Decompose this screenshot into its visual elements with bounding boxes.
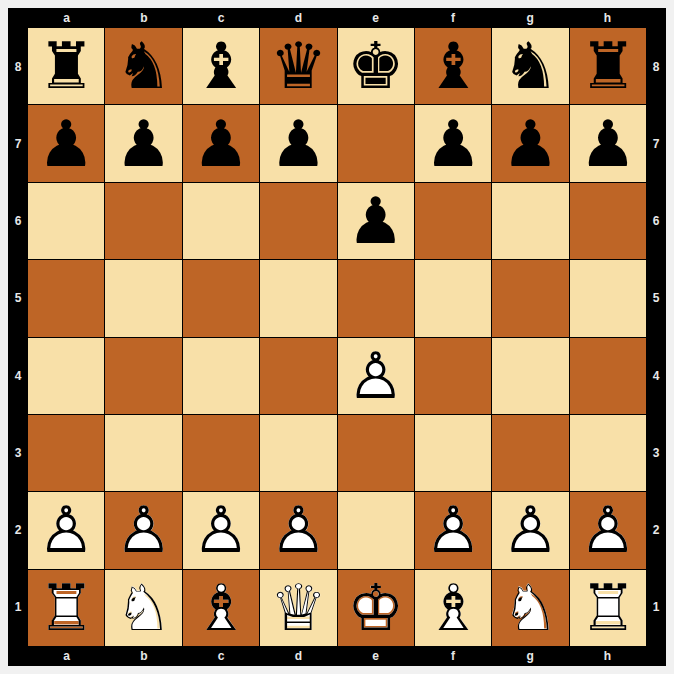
piece-wP-e4[interactable]: ♟♙ bbox=[338, 338, 414, 414]
square-d6[interactable] bbox=[260, 183, 336, 259]
white-piece-outline: ♔ bbox=[338, 570, 414, 646]
square-a6[interactable] bbox=[28, 183, 104, 259]
square-d5[interactable] bbox=[260, 260, 336, 336]
piece-bP-b7[interactable]: ♟ bbox=[105, 105, 181, 181]
square-h6[interactable] bbox=[570, 183, 646, 259]
rank-labels-right: 87654321 bbox=[646, 28, 666, 646]
piece-bP-a7[interactable]: ♟ bbox=[28, 105, 104, 181]
file-label-h: h bbox=[569, 8, 646, 28]
chess-board: ♜♞♝♛♚♝♞♜♟♟♟♟♟♟♟♟♟♙♟♙♟♙♟♙♟♙♟♙♟♙♟♙♜♖♞♘♝♗♛♕… bbox=[28, 28, 646, 646]
square-g4[interactable] bbox=[492, 338, 568, 414]
rank-label-3: 3 bbox=[8, 414, 28, 491]
piece-bR-h8[interactable]: ♜ bbox=[570, 28, 646, 104]
square-a8[interactable]: ♜ bbox=[28, 28, 104, 104]
square-f5[interactable] bbox=[415, 260, 491, 336]
file-label-b: b bbox=[105, 8, 182, 28]
square-c8[interactable]: ♝ bbox=[183, 28, 259, 104]
piece-bN-b8[interactable]: ♞ bbox=[105, 28, 181, 104]
square-b2[interactable]: ♟♙ bbox=[105, 492, 181, 568]
square-c4[interactable] bbox=[183, 338, 259, 414]
square-a7[interactable]: ♟ bbox=[28, 105, 104, 181]
square-b3[interactable] bbox=[105, 415, 181, 491]
file-label-b: b bbox=[105, 646, 182, 666]
square-b6[interactable] bbox=[105, 183, 181, 259]
square-g8[interactable]: ♞ bbox=[492, 28, 568, 104]
piece-bP-d7[interactable]: ♟ bbox=[260, 105, 336, 181]
rank-label-4: 4 bbox=[8, 337, 28, 414]
square-c6[interactable] bbox=[183, 183, 259, 259]
square-c5[interactable] bbox=[183, 260, 259, 336]
black-piece-glyph: ♞ bbox=[492, 28, 568, 104]
white-piece-outline: ♙ bbox=[492, 492, 568, 568]
file-label-c: c bbox=[183, 646, 260, 666]
rank-label-7: 7 bbox=[646, 105, 666, 182]
black-piece-glyph: ♟ bbox=[183, 105, 259, 181]
piece-wQ-d1[interactable]: ♛♕ bbox=[260, 570, 336, 646]
piece-wR-h1[interactable]: ♜♖ bbox=[570, 570, 646, 646]
black-piece-glyph: ♟ bbox=[28, 105, 104, 181]
square-e8[interactable]: ♚ bbox=[338, 28, 414, 104]
file-label-c: c bbox=[183, 8, 260, 28]
square-d4[interactable] bbox=[260, 338, 336, 414]
white-piece-outline: ♙ bbox=[338, 338, 414, 414]
piece-bP-e6[interactable]: ♟ bbox=[338, 183, 414, 259]
black-piece-glyph: ♛ bbox=[260, 28, 336, 104]
white-piece-outline: ♙ bbox=[415, 492, 491, 568]
square-e7[interactable] bbox=[338, 105, 414, 181]
piece-bQ-d8[interactable]: ♛ bbox=[260, 28, 336, 104]
file-label-a: a bbox=[28, 8, 105, 28]
square-d1[interactable]: ♛♕ bbox=[260, 570, 336, 646]
square-f4[interactable] bbox=[415, 338, 491, 414]
file-label-g: g bbox=[492, 8, 569, 28]
piece-wB-c1[interactable]: ♝♗ bbox=[183, 570, 259, 646]
square-c7[interactable]: ♟ bbox=[183, 105, 259, 181]
square-f3[interactable] bbox=[415, 415, 491, 491]
piece-wN-g1[interactable]: ♞♘ bbox=[492, 570, 568, 646]
white-piece-outline: ♘ bbox=[492, 570, 568, 646]
square-e4[interactable]: ♟♙ bbox=[338, 338, 414, 414]
piece-wP-f2[interactable]: ♟♙ bbox=[415, 492, 491, 568]
rank-label-1: 1 bbox=[8, 569, 28, 646]
black-piece-glyph: ♟ bbox=[260, 105, 336, 181]
piece-wN-b1[interactable]: ♞♘ bbox=[105, 570, 181, 646]
square-g3[interactable] bbox=[492, 415, 568, 491]
square-g5[interactable] bbox=[492, 260, 568, 336]
black-piece-glyph: ♟ bbox=[570, 105, 646, 181]
square-g1[interactable]: ♞♘ bbox=[492, 570, 568, 646]
square-e3[interactable] bbox=[338, 415, 414, 491]
rank-label-1: 1 bbox=[646, 569, 666, 646]
piece-bR-a8[interactable]: ♜ bbox=[28, 28, 104, 104]
square-d3[interactable] bbox=[260, 415, 336, 491]
file-label-d: d bbox=[260, 8, 337, 28]
square-e6[interactable]: ♟ bbox=[338, 183, 414, 259]
piece-wP-d2[interactable]: ♟♙ bbox=[260, 492, 336, 568]
square-h2[interactable]: ♟♙ bbox=[570, 492, 646, 568]
square-d8[interactable]: ♛ bbox=[260, 28, 336, 104]
square-f1[interactable]: ♝♗ bbox=[415, 570, 491, 646]
file-label-e: e bbox=[337, 646, 414, 666]
white-piece-outline: ♙ bbox=[260, 492, 336, 568]
white-piece-outline: ♙ bbox=[105, 492, 181, 568]
square-h5[interactable] bbox=[570, 260, 646, 336]
square-b8[interactable]: ♞ bbox=[105, 28, 181, 104]
square-g7[interactable]: ♟ bbox=[492, 105, 568, 181]
piece-bP-f7[interactable]: ♟ bbox=[415, 105, 491, 181]
square-c2[interactable]: ♟♙ bbox=[183, 492, 259, 568]
black-piece-glyph: ♞ bbox=[105, 28, 181, 104]
file-label-a: a bbox=[28, 646, 105, 666]
file-label-e: e bbox=[337, 8, 414, 28]
white-piece-outline: ♖ bbox=[570, 570, 646, 646]
piece-wP-c2[interactable]: ♟♙ bbox=[183, 492, 259, 568]
piece-wB-f1[interactable]: ♝♗ bbox=[415, 570, 491, 646]
white-piece-outline: ♗ bbox=[183, 570, 259, 646]
square-h1[interactable]: ♜♖ bbox=[570, 570, 646, 646]
square-b1[interactable]: ♞♘ bbox=[105, 570, 181, 646]
piece-bB-c8[interactable]: ♝ bbox=[183, 28, 259, 104]
square-b5[interactable] bbox=[105, 260, 181, 336]
white-piece-outline: ♙ bbox=[183, 492, 259, 568]
rank-label-5: 5 bbox=[646, 260, 666, 337]
square-h8[interactable]: ♜ bbox=[570, 28, 646, 104]
square-a4[interactable] bbox=[28, 338, 104, 414]
black-piece-glyph: ♟ bbox=[415, 105, 491, 181]
black-piece-glyph: ♟ bbox=[338, 183, 414, 259]
piece-wP-g2[interactable]: ♟♙ bbox=[492, 492, 568, 568]
black-piece-glyph: ♜ bbox=[570, 28, 646, 104]
piece-wP-a2[interactable]: ♟♙ bbox=[28, 492, 104, 568]
piece-wP-h2[interactable]: ♟♙ bbox=[570, 492, 646, 568]
square-b4[interactable] bbox=[105, 338, 181, 414]
piece-wR-a1[interactable]: ♜♖ bbox=[28, 570, 104, 646]
rank-label-7: 7 bbox=[8, 105, 28, 182]
square-g2[interactable]: ♟♙ bbox=[492, 492, 568, 568]
square-f7[interactable]: ♟ bbox=[415, 105, 491, 181]
white-piece-outline: ♕ bbox=[260, 570, 336, 646]
white-piece-outline: ♗ bbox=[415, 570, 491, 646]
white-piece-outline: ♙ bbox=[28, 492, 104, 568]
rank-labels-left: 87654321 bbox=[8, 28, 28, 646]
square-e1[interactable]: ♚♔ bbox=[338, 570, 414, 646]
file-labels-bottom: abcdefgh bbox=[28, 646, 646, 666]
black-piece-glyph: ♚ bbox=[338, 28, 414, 104]
rank-label-6: 6 bbox=[8, 183, 28, 260]
square-c1[interactable]: ♝♗ bbox=[183, 570, 259, 646]
file-label-d: d bbox=[260, 646, 337, 666]
square-h7[interactable]: ♟ bbox=[570, 105, 646, 181]
file-label-g: g bbox=[492, 646, 569, 666]
rank-label-4: 4 bbox=[646, 337, 666, 414]
square-a5[interactable] bbox=[28, 260, 104, 336]
piece-bB-f8[interactable]: ♝ bbox=[415, 28, 491, 104]
file-label-h: h bbox=[569, 646, 646, 666]
black-piece-glyph: ♟ bbox=[105, 105, 181, 181]
piece-bP-c7[interactable]: ♟ bbox=[183, 105, 259, 181]
piece-bK-e8[interactable]: ♚ bbox=[338, 28, 414, 104]
square-d2[interactable]: ♟♙ bbox=[260, 492, 336, 568]
square-b7[interactable]: ♟ bbox=[105, 105, 181, 181]
rank-label-8: 8 bbox=[8, 28, 28, 105]
rank-label-6: 6 bbox=[646, 183, 666, 260]
square-f2[interactable]: ♟♙ bbox=[415, 492, 491, 568]
white-piece-outline: ♙ bbox=[570, 492, 646, 568]
white-piece-outline: ♖ bbox=[28, 570, 104, 646]
white-piece-outline: ♘ bbox=[105, 570, 181, 646]
square-d7[interactable]: ♟ bbox=[260, 105, 336, 181]
piece-wP-b2[interactable]: ♟♙ bbox=[105, 492, 181, 568]
file-label-f: f bbox=[414, 8, 491, 28]
black-piece-glyph: ♝ bbox=[415, 28, 491, 104]
rank-label-8: 8 bbox=[646, 28, 666, 105]
square-a3[interactable] bbox=[28, 415, 104, 491]
rank-label-2: 2 bbox=[646, 492, 666, 569]
square-g6[interactable] bbox=[492, 183, 568, 259]
black-piece-glyph: ♝ bbox=[183, 28, 259, 104]
rank-label-3: 3 bbox=[646, 414, 666, 491]
square-h3[interactable] bbox=[570, 415, 646, 491]
file-label-f: f bbox=[414, 646, 491, 666]
square-h4[interactable] bbox=[570, 338, 646, 414]
square-e5[interactable] bbox=[338, 260, 414, 336]
piece-bP-h7[interactable]: ♟ bbox=[570, 105, 646, 181]
square-f8[interactable]: ♝ bbox=[415, 28, 491, 104]
file-labels-top: abcdefgh bbox=[28, 8, 646, 28]
rank-label-2: 2 bbox=[8, 492, 28, 569]
square-a2[interactable]: ♟♙ bbox=[28, 492, 104, 568]
black-piece-glyph: ♜ bbox=[28, 28, 104, 104]
rank-label-5: 5 bbox=[8, 260, 28, 337]
square-f6[interactable] bbox=[415, 183, 491, 259]
piece-wK-e1[interactable]: ♚♔ bbox=[338, 570, 414, 646]
square-e2[interactable] bbox=[338, 492, 414, 568]
square-c3[interactable] bbox=[183, 415, 259, 491]
piece-bP-g7[interactable]: ♟ bbox=[492, 105, 568, 181]
black-piece-glyph: ♟ bbox=[492, 105, 568, 181]
piece-bN-g8[interactable]: ♞ bbox=[492, 28, 568, 104]
square-a1[interactable]: ♜♖ bbox=[28, 570, 104, 646]
